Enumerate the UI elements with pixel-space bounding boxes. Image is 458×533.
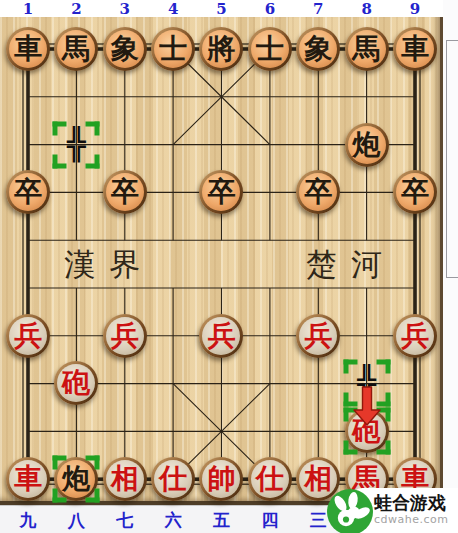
file-number-bottom-1: 九 [15,509,41,532]
xiangqi-app-window: 123456789 漢界 楚河 車馬象士將士象馬車炮卒卒卒卒卒兵兵兵兵兵砲砲車炮… [0,0,458,533]
piece-red-elephant[interactable]: 相 [103,457,147,501]
piece-red-soldier[interactable]: 兵 [6,314,50,358]
crosshair-icon: ╬ [67,128,86,159]
piece-red-chariot[interactable]: 車 [6,457,50,501]
piece-black-soldier[interactable]: 卒 [6,170,50,214]
piece-red-general[interactable]: 帥 [199,457,243,501]
piece-black-advisor[interactable]: 士 [151,27,195,71]
board-grid: 車馬象士將士象馬車炮卒卒卒卒卒兵兵兵兵兵砲砲車炮相仕帥仕相馬車╬╬ [4,25,439,503]
piece-glyph: 馬 [62,35,90,63]
move-arrow-icon [352,386,382,426]
file-number-top-5: 5 [209,0,235,18]
file-number-bottom-3: 七 [112,509,138,532]
piece-glyph: 卒 [111,178,139,206]
brand-name: 蛙合游戏 [374,493,456,513]
piece-glyph: 車 [401,35,429,63]
piece-glyph: 兵 [14,322,42,350]
selected-piece-marker [53,455,100,502]
watermark-text: 蛙合游戏 cdwahe.com [374,493,456,526]
piece-black-elephant[interactable]: 象 [103,27,147,71]
top-coordinate-strip: 123456789 [0,0,443,17]
piece-black-chariot[interactable]: 車 [6,27,50,71]
piece-glyph: 象 [111,35,139,63]
piece-black-chariot[interactable]: 車 [393,27,437,71]
piece-black-soldier[interactable]: 卒 [199,170,243,214]
piece-glyph: 象 [304,35,332,63]
right-panel-edge [443,0,458,533]
piece-glyph: 仕 [159,465,187,493]
brand-url: cdwahe.com [374,513,456,526]
file-number-top-2: 2 [63,0,89,18]
piece-glyph: 卒 [14,178,42,206]
piece-glyph: 兵 [304,322,332,350]
panel-border [446,40,458,41]
file-number-bottom-6: 四 [257,509,283,532]
piece-glyph: 卒 [401,178,429,206]
piece-glyph: 帥 [207,465,235,493]
file-number-top-6: 6 [257,0,283,18]
piece-red-cannon[interactable]: 砲 [54,361,98,405]
piece-glyph: 士 [159,35,187,63]
file-number-bottom-4: 六 [160,509,186,532]
piece-black-soldier[interactable]: 卒 [393,170,437,214]
piece-glyph: 砲 [62,369,90,397]
piece-red-advisor[interactable]: 仕 [151,457,195,501]
piece-glyph: 兵 [207,322,235,350]
piece-red-soldier[interactable]: 兵 [296,314,340,358]
panel-border [446,40,447,278]
piece-glyph: 車 [14,465,42,493]
piece-glyph: 卒 [207,178,235,206]
piece-black-cannon[interactable]: 炮 [345,123,389,167]
piece-black-elephant[interactable]: 象 [296,27,340,71]
piece-glyph: 馬 [353,35,381,63]
file-number-top-9: 9 [402,0,428,18]
piece-glyph: 仕 [256,465,284,493]
piece-red-soldier[interactable]: 兵 [103,314,147,358]
piece-black-horse[interactable]: 馬 [54,27,98,71]
panel-border [446,277,458,278]
frog-icon [327,489,373,533]
piece-red-advisor[interactable]: 仕 [248,457,292,501]
file-number-top-3: 3 [112,0,138,18]
file-number-bottom-5: 五 [209,509,235,532]
file-number-top-4: 4 [160,0,186,18]
piece-black-soldier[interactable]: 卒 [103,170,147,214]
piece-glyph: 相 [111,465,139,493]
file-number-top-7: 7 [305,0,331,18]
piece-glyph: 士 [256,35,284,63]
piece-black-soldier[interactable]: 卒 [296,170,340,214]
piece-black-general[interactable]: 將 [199,27,243,71]
piece-glyph: 兵 [111,322,139,350]
piece-glyph: 車 [14,35,42,63]
xiangqi-board: 漢界 楚河 車馬象士將士象馬車炮卒卒卒卒卒兵兵兵兵兵砲砲車炮相仕帥仕相馬車╬╬ [0,17,443,505]
piece-glyph: 炮 [353,131,381,159]
piece-black-advisor[interactable]: 士 [248,27,292,71]
piece-glyph: 卒 [304,178,332,206]
piece-glyph: 兵 [401,322,429,350]
file-number-bottom-2: 八 [63,509,89,532]
file-number-top-8: 8 [354,0,380,18]
piece-red-soldier[interactable]: 兵 [199,314,243,358]
piece-glyph: 將 [207,35,235,63]
piece-red-soldier[interactable]: 兵 [393,314,437,358]
watermark[interactable]: 蛙合游戏 cdwahe.com [327,488,458,533]
file-number-top-1: 1 [15,0,41,18]
piece-black-horse[interactable]: 馬 [345,27,389,71]
